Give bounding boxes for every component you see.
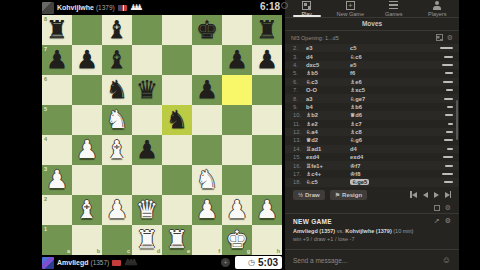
top-captured-pieces: ♟♟♟ bbox=[130, 4, 144, 12]
black-move[interactable]: ♕d6 bbox=[350, 112, 394, 118]
move-time-bar bbox=[443, 81, 453, 83]
square-d3[interactable] bbox=[132, 165, 162, 195]
square-h5[interactable] bbox=[252, 105, 282, 135]
white-knight-c5[interactable]: ♞ bbox=[106, 105, 128, 135]
square-g2[interactable]: ♟ bbox=[222, 195, 252, 225]
move-row-7: 7.O-O♗xc5 bbox=[285, 86, 459, 94]
move-time-bar bbox=[445, 114, 453, 116]
white-knight-f3[interactable]: ♞ bbox=[196, 165, 218, 195]
move-number: 6. bbox=[293, 79, 306, 85]
move-number: 5. bbox=[293, 70, 306, 76]
move-row-11: 11.♗e2♗c7 bbox=[285, 120, 459, 128]
move-number: 7. bbox=[293, 87, 306, 93]
opening-row: Nf3 Opening: 1...d5 ⚙ bbox=[285, 31, 459, 44]
move-time-bar bbox=[446, 131, 453, 133]
square-f5[interactable] bbox=[192, 105, 222, 135]
white-queen-d2[interactable]: ♛ bbox=[136, 195, 158, 225]
white-move[interactable]: O-O bbox=[306, 87, 350, 93]
move-number: 11. bbox=[293, 121, 306, 127]
black-queen-d6[interactable]: ♛ bbox=[136, 75, 158, 105]
move-time-bar bbox=[444, 56, 453, 58]
move-time-bar bbox=[442, 64, 453, 66]
new-game-icon: + bbox=[346, 1, 355, 10]
square-e1[interactable]: ♜e bbox=[162, 225, 192, 255]
message-bar: Send a message... ☺ bbox=[285, 249, 459, 270]
white-move[interactable]: ♘c3 bbox=[306, 79, 350, 85]
move-number: 10. bbox=[293, 112, 306, 118]
sidebar-tabs: Play + New Game Games Players bbox=[285, 0, 459, 18]
black-move[interactable]: ♗c7 bbox=[350, 121, 394, 127]
white-move[interactable]: exd4 bbox=[306, 154, 350, 160]
black-king-f8[interactable]: ♚ bbox=[196, 15, 218, 45]
game-actions: ½ Draw ⚑ Resign bbox=[285, 188, 459, 201]
square-g4[interactable] bbox=[222, 135, 252, 165]
black-move[interactable]: ♗b6 bbox=[350, 104, 394, 110]
white-move[interactable]: ♗e2 bbox=[306, 121, 350, 127]
moves-scrollbar[interactable] bbox=[456, 100, 458, 140]
bottom-player-rating: (1357) bbox=[90, 259, 109, 266]
sidebar-subrow: ⚙ bbox=[285, 202, 459, 213]
square-a1[interactable]: 1a bbox=[42, 225, 72, 255]
chat-message-input[interactable]: Send a message... bbox=[293, 257, 442, 264]
black-move[interactable]: ♗e6 bbox=[350, 79, 394, 85]
black-move[interactable]: f6 bbox=[350, 70, 394, 76]
move-number: 3. bbox=[293, 54, 306, 60]
bottom-captured-pieces: ♟♟♟ bbox=[124, 259, 138, 267]
square-d1[interactable]: ♜d bbox=[132, 225, 162, 255]
white-move[interactable]: ♗b5 bbox=[306, 70, 350, 76]
bottom-player-flag-icon bbox=[112, 260, 121, 266]
move-row-4: 4.dxc5e5 bbox=[285, 61, 459, 69]
move-time-bar bbox=[446, 89, 453, 91]
move-time-bar bbox=[440, 47, 453, 49]
square-e3[interactable] bbox=[162, 165, 192, 195]
white-move[interactable]: a3 bbox=[306, 96, 350, 102]
top-player-avatar[interactable] bbox=[42, 2, 54, 14]
move-number: 16. bbox=[293, 163, 306, 169]
move-time-bar bbox=[447, 148, 453, 150]
add-time-icon[interactable]: + bbox=[221, 258, 230, 267]
white-move[interactable]: ♖fe1+ bbox=[306, 163, 350, 169]
square-d2[interactable]: ♛ bbox=[132, 195, 162, 225]
square-f7[interactable] bbox=[192, 45, 222, 75]
white-pawn-a3[interactable]: ♟ bbox=[46, 165, 68, 195]
square-c2[interactable]: ♟ bbox=[102, 195, 132, 225]
square-h4[interactable] bbox=[252, 135, 282, 165]
top-player-flag-icon bbox=[118, 5, 127, 11]
square-b7[interactable]: ♟ bbox=[72, 45, 102, 75]
resign-flag-icon: ⚑ bbox=[335, 191, 340, 198]
sidebar: · Play + New Game Games Players Moves Nf… bbox=[285, 0, 459, 270]
move-row-10: 10.♗b2♕d6 bbox=[285, 111, 459, 119]
black-move[interactable]: c5 bbox=[350, 45, 394, 51]
file-label-h: h bbox=[277, 248, 280, 254]
white-bishop-b2[interactable]: ♝ bbox=[76, 195, 98, 225]
file-label-f: f bbox=[218, 248, 220, 254]
black-bishop-c7[interactable]: ♝ bbox=[106, 45, 128, 75]
move-row-17: 17.♗c4+♔f8 bbox=[285, 170, 459, 178]
black-move[interactable]: ♔f7 bbox=[350, 163, 394, 169]
bottom-player-clock: ◷ 5:03 bbox=[235, 256, 282, 269]
games-icon bbox=[389, 1, 398, 10]
move-time-bar bbox=[447, 106, 453, 108]
black-pawn-b7[interactable]: ♟ bbox=[76, 45, 98, 75]
white-pawn-f2[interactable]: ♟ bbox=[196, 195, 218, 225]
square-a2[interactable]: 2 bbox=[42, 195, 72, 225]
next-move-button[interactable] bbox=[434, 192, 439, 198]
new-game-panel: NEW GAME ↗ ⚙ Amvliegd (1357) vs. Kohvijl… bbox=[285, 213, 459, 249]
square-e8[interactable] bbox=[162, 15, 192, 45]
board-column: Kohvijlwhe (1379) ♟♟♟ 6:18 ♜8♝♚♜♟7♟♝♟♟6♞… bbox=[42, 0, 282, 270]
move-number: 14. bbox=[293, 146, 306, 152]
white-pawn-c2[interactable]: ♟ bbox=[106, 195, 128, 225]
clock-icon: ◷ bbox=[248, 259, 255, 267]
tab-games[interactable]: Games bbox=[372, 0, 416, 17]
square-b8[interactable] bbox=[72, 15, 102, 45]
draw-half-icon: ½ bbox=[298, 192, 303, 198]
square-h7[interactable]: ♟ bbox=[252, 45, 282, 75]
square-f8[interactable]: ♚ bbox=[192, 15, 222, 45]
black-move[interactable]: e5 bbox=[350, 62, 394, 68]
file-label-e: e bbox=[187, 248, 190, 254]
resign-button[interactable]: ⚑ Resign bbox=[330, 190, 367, 200]
square-b3[interactable] bbox=[72, 165, 102, 195]
rank-label-8: 8 bbox=[44, 16, 47, 22]
black-rook-a8[interactable]: ♜ bbox=[46, 15, 68, 45]
square-h8[interactable]: ♜ bbox=[252, 15, 282, 45]
white-move[interactable]: ♕d2 bbox=[306, 137, 350, 143]
move-row-13: 13.♕d2♘g6 bbox=[285, 136, 459, 144]
black-pawn-f6[interactable]: ♟ bbox=[196, 75, 218, 105]
first-move-button[interactable] bbox=[410, 191, 417, 198]
app-window: Kohvijlwhe (1379) ♟♟♟ 6:18 ♜8♝♚♜♟7♟♝♟♟6♞… bbox=[0, 0, 480, 270]
tab-play[interactable]: Play bbox=[285, 0, 329, 17]
square-g3[interactable] bbox=[222, 165, 252, 195]
square-a6[interactable]: 6 bbox=[42, 75, 72, 105]
matchup-line: Amvliegd (1357) vs. Kohvijlwhe (1379) (1… bbox=[293, 228, 451, 234]
square-c5[interactable]: ♞ bbox=[102, 105, 132, 135]
chess-board[interactable]: ♜8♝♚♜♟7♟♝♟♟6♞♛♟5♞♞4♟♝♟♟3♞2♝♟♛♟♟♟1abc♜d♜e… bbox=[42, 15, 282, 255]
rank-label-3: 3 bbox=[44, 166, 47, 172]
prev-move-button[interactable] bbox=[423, 192, 428, 198]
black-knight-e5[interactable]: ♞ bbox=[166, 105, 188, 135]
move-time-bar bbox=[444, 98, 453, 100]
file-label-a: a bbox=[67, 248, 70, 254]
move-number: 4. bbox=[293, 62, 306, 68]
move-number: 17. bbox=[293, 171, 306, 177]
square-a3[interactable]: ♟3 bbox=[42, 165, 72, 195]
move-row-15: 15.exd4exd4 bbox=[285, 153, 459, 161]
white-rook-e1[interactable]: ♜ bbox=[166, 225, 188, 255]
square-h6[interactable] bbox=[252, 75, 282, 105]
black-knight-c6[interactable]: ♞ bbox=[106, 75, 128, 105]
white-move[interactable]: ♘c5 bbox=[306, 179, 350, 185]
settings-gear-icon[interactable]: ⚙ bbox=[445, 204, 451, 212]
moves-header: Moves bbox=[285, 17, 459, 31]
emoji-smiley-icon[interactable]: ☺ bbox=[442, 255, 451, 265]
top-player-bar: Kohvijlwhe (1379) ♟♟♟ 6:18 bbox=[42, 0, 282, 15]
move-time-bar bbox=[443, 156, 453, 158]
move-time-bar bbox=[444, 139, 453, 141]
square-g6[interactable] bbox=[222, 75, 252, 105]
black-move[interactable]: ♗c8 bbox=[350, 129, 394, 135]
square-e4[interactable] bbox=[162, 135, 192, 165]
white-move[interactable]: d4 bbox=[306, 54, 350, 60]
black-move[interactable]: ♔f8 bbox=[350, 171, 394, 177]
square-f1[interactable]: f bbox=[192, 225, 222, 255]
square-c8[interactable]: ♝ bbox=[102, 15, 132, 45]
black-move[interactable]: ♘g6 bbox=[350, 137, 394, 143]
move-number: 8. bbox=[293, 96, 306, 102]
tab-players[interactable]: Players bbox=[416, 0, 460, 17]
black-move[interactable]: ♘ge5 bbox=[350, 179, 394, 185]
bottom-player-bar: Amvliegd (1357) ♟♟♟ + ◷ 5:03 bbox=[42, 255, 282, 270]
square-h3[interactable] bbox=[252, 165, 282, 195]
square-f6[interactable]: ♟ bbox=[192, 75, 222, 105]
moves-settings-gear-icon[interactable]: ⚙ bbox=[447, 34, 453, 42]
black-pawn-a7[interactable]: ♟ bbox=[46, 45, 68, 75]
move-number: 18. bbox=[293, 179, 306, 185]
square-a4[interactable]: 4 bbox=[42, 135, 72, 165]
move-row-5: 5.♗b5f6 bbox=[285, 69, 459, 77]
white-pawn-h2[interactable]: ♟ bbox=[256, 195, 278, 225]
move-nav bbox=[410, 191, 451, 198]
square-a5[interactable]: 5 bbox=[42, 105, 72, 135]
moves-list: 2.e3c53.d4♘c64.dxc5e55.♗b5f66.♘c3♗e67.O-… bbox=[285, 44, 459, 187]
square-b5[interactable] bbox=[72, 105, 102, 135]
white-move[interactable]: ♗c4+ bbox=[306, 171, 350, 177]
square-f4[interactable] bbox=[192, 135, 222, 165]
challenge-settings-gear-icon[interactable]: ⚙ bbox=[445, 217, 451, 225]
share-icon[interactable]: ↗ bbox=[434, 217, 440, 225]
move-row-8: 8.a3♘ge7 bbox=[285, 94, 459, 102]
new-game-header: NEW GAME bbox=[293, 218, 332, 225]
move-number: 13. bbox=[293, 137, 306, 143]
black-move[interactable]: ♘ge7 bbox=[350, 96, 394, 102]
square-d7[interactable] bbox=[132, 45, 162, 75]
square-e5[interactable]: ♞ bbox=[162, 105, 192, 135]
top-player-clock: 6:18 bbox=[260, 1, 280, 12]
play-icon bbox=[302, 1, 311, 10]
black-bishop-c8[interactable]: ♝ bbox=[106, 15, 128, 45]
move-time-bar bbox=[445, 165, 453, 167]
square-g1[interactable]: ♚g bbox=[222, 225, 252, 255]
white-move[interactable]: e3 bbox=[306, 45, 350, 51]
move-row-2: 2.e3c5 bbox=[285, 44, 459, 52]
white-pawn-g2[interactable]: ♟ bbox=[226, 195, 248, 225]
move-row-9: 9.b4♗b6 bbox=[285, 103, 459, 111]
white-bishop-c4[interactable]: ♝ bbox=[106, 135, 128, 165]
move-number: 15. bbox=[293, 154, 306, 160]
top-player-rating: (1379) bbox=[96, 4, 115, 11]
square-g7[interactable]: ♟ bbox=[222, 45, 252, 75]
square-e6[interactable] bbox=[162, 75, 192, 105]
move-time-bar bbox=[442, 173, 453, 175]
move-row-6: 6.♘c3♗e6 bbox=[285, 78, 459, 86]
white-move[interactable]: b4 bbox=[306, 104, 350, 110]
square-f3[interactable]: ♞ bbox=[192, 165, 222, 195]
move-row-16: 16.♖fe1+♔f7 bbox=[285, 161, 459, 169]
square-b2[interactable]: ♝ bbox=[72, 195, 102, 225]
theatre-mode-icon[interactable] bbox=[434, 205, 440, 211]
black-move[interactable]: exd4 bbox=[350, 154, 394, 160]
move-row-12: 12.♘a4♗c8 bbox=[285, 128, 459, 136]
rank-label-1: 1 bbox=[44, 226, 47, 232]
rank-label-6: 6 bbox=[44, 76, 47, 82]
file-label-c: c bbox=[127, 248, 130, 254]
file-label-b: b bbox=[97, 248, 100, 254]
draw-button[interactable]: ½ Draw bbox=[293, 190, 325, 200]
square-g8[interactable] bbox=[222, 15, 252, 45]
square-a8[interactable]: ♜8 bbox=[42, 15, 72, 45]
move-time-bar bbox=[445, 72, 453, 74]
square-h2[interactable]: ♟ bbox=[252, 195, 282, 225]
black-pawn-h7[interactable]: ♟ bbox=[256, 45, 278, 75]
white-move[interactable]: ♖ad1 bbox=[306, 146, 350, 152]
flip-board-icon[interactable] bbox=[436, 34, 443, 41]
square-a7[interactable]: ♟7 bbox=[42, 45, 72, 75]
white-move[interactable]: ♗b2 bbox=[306, 112, 350, 118]
square-d5[interactable] bbox=[132, 105, 162, 135]
square-f2[interactable]: ♟ bbox=[192, 195, 222, 225]
square-b6[interactable] bbox=[72, 75, 102, 105]
players-icon bbox=[433, 1, 442, 10]
white-move[interactable]: dxc5 bbox=[306, 62, 350, 68]
square-d6[interactable]: ♛ bbox=[132, 75, 162, 105]
black-rook-h8[interactable]: ♜ bbox=[256, 15, 278, 45]
last-move-button[interactable] bbox=[445, 191, 452, 198]
square-c4[interactable]: ♝ bbox=[102, 135, 132, 165]
black-move[interactable]: d4 bbox=[350, 146, 394, 152]
black-pawn-g7[interactable]: ♟ bbox=[226, 45, 248, 75]
square-d8[interactable] bbox=[132, 15, 162, 45]
rank-label-5: 5 bbox=[44, 106, 47, 112]
move-number: 2. bbox=[293, 45, 306, 51]
move-number: 12. bbox=[293, 129, 306, 135]
rank-label-7: 7 bbox=[44, 46, 47, 52]
move-row-18: 18.♘c5♘ge5 bbox=[285, 178, 459, 186]
move-number: 9. bbox=[293, 104, 306, 110]
white-rook-d1[interactable]: ♜ bbox=[136, 225, 158, 255]
square-h1[interactable]: h bbox=[252, 225, 282, 255]
square-g5[interactable] bbox=[222, 105, 252, 135]
square-c1[interactable]: c bbox=[102, 225, 132, 255]
black-pawn-d4[interactable]: ♟ bbox=[136, 135, 158, 165]
square-c7[interactable]: ♝ bbox=[102, 45, 132, 75]
file-label-d: d bbox=[157, 248, 160, 254]
rank-label-2: 2 bbox=[44, 196, 47, 202]
square-d4[interactable]: ♟ bbox=[132, 135, 162, 165]
move-row-14: 14.♖ad1d4 bbox=[285, 145, 459, 153]
square-e2[interactable] bbox=[162, 195, 192, 225]
move-time-bar bbox=[448, 123, 453, 125]
bottom-player-name[interactable]: Amvliegd (1357) bbox=[57, 259, 109, 267]
square-c3[interactable] bbox=[102, 165, 132, 195]
square-c6[interactable]: ♞ bbox=[102, 75, 132, 105]
square-e7[interactable] bbox=[162, 45, 192, 75]
black-move[interactable]: ♘c6 bbox=[350, 54, 394, 60]
top-player-name[interactable]: Kohvijlwhe (1379) bbox=[57, 4, 115, 12]
bottom-player-avatar[interactable] bbox=[42, 257, 54, 269]
tab-new-game[interactable]: + New Game bbox=[329, 0, 373, 17]
black-move[interactable]: ♗xc5 bbox=[350, 87, 394, 93]
rating-stakes: win +9 / draw +1 / lose -7 bbox=[293, 236, 451, 242]
move-time-bar bbox=[444, 181, 453, 183]
move-row-3: 3.d4♘c6 bbox=[285, 52, 459, 60]
white-king-g1[interactable]: ♚ bbox=[226, 225, 248, 255]
square-b1[interactable]: b bbox=[72, 225, 102, 255]
square-b4[interactable]: ♟ bbox=[72, 135, 102, 165]
white-pawn-b4[interactable]: ♟ bbox=[76, 135, 98, 165]
rank-label-4: 4 bbox=[44, 136, 47, 142]
opening-name[interactable]: Nf3 Opening: 1...d5 bbox=[291, 35, 436, 41]
white-move[interactable]: ♘a4 bbox=[306, 129, 350, 135]
file-label-g: g bbox=[247, 248, 250, 254]
